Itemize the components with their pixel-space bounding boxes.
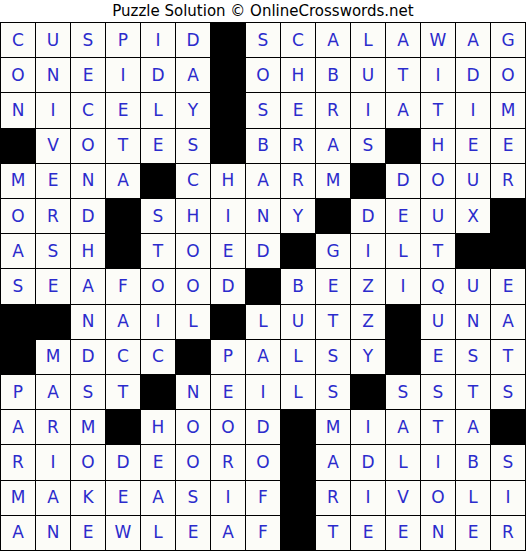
cell-letter: Z: [362, 278, 374, 295]
cell-letter: D: [81, 208, 94, 225]
cell-r10c5: C: [141, 340, 176, 375]
cell-r15c11: E: [351, 516, 386, 551]
cell-letter: O: [11, 67, 24, 84]
cell-letter: O: [11, 208, 24, 225]
cell-r6c13: U: [421, 199, 456, 234]
cell-r1c8: S: [246, 23, 281, 58]
cell-r9c15: A: [491, 305, 526, 340]
cell-r9c9: U: [281, 305, 316, 340]
cell-r4c5: E: [141, 129, 176, 164]
cell-letter: A: [327, 137, 339, 154]
cell-r7c11: I: [351, 234, 386, 269]
cell-r9c4: A: [106, 305, 141, 340]
cell-r11c10: S: [316, 375, 351, 410]
cell-letter: I: [505, 489, 510, 506]
cell-r13c4: D: [106, 445, 141, 480]
cell-letter: E: [468, 137, 479, 154]
cell-r15c6: E: [176, 516, 211, 551]
cell-r1c10: A: [316, 23, 351, 58]
cell-r3c11: I: [351, 93, 386, 128]
cell-letter: W: [430, 32, 447, 49]
cell-letter: S: [398, 384, 409, 401]
cell-r12c6: O: [176, 410, 211, 445]
block-r11c5: [141, 375, 176, 410]
cell-letter: E: [398, 524, 409, 541]
cell-letter: S: [13, 278, 24, 295]
cell-letter: I: [50, 102, 55, 119]
cell-letter: S: [48, 243, 59, 260]
cell-letter: C: [187, 172, 199, 189]
cell-r7c12: L: [386, 234, 421, 269]
cell-r1c6: D: [176, 23, 211, 58]
cell-r11c14: T: [456, 375, 491, 410]
cell-letter: L: [363, 32, 372, 49]
crossword-grid: CUSPIDSCALAWAGONEIDAOHBUTIDONICELYSERIAT…: [0, 22, 526, 551]
cell-r7c8: D: [246, 234, 281, 269]
cell-letter: A: [327, 454, 339, 471]
cell-r11c6: N: [176, 375, 211, 410]
cell-letter: Y: [363, 348, 373, 365]
cell-r15c2: N: [36, 516, 71, 551]
cell-r11c15: S: [491, 375, 526, 410]
cell-r11c1: P: [1, 375, 36, 410]
cell-r3c14: I: [456, 93, 491, 128]
cell-r5c6: C: [176, 164, 211, 199]
block-r8c8: [246, 269, 281, 304]
cell-r3c4: E: [106, 93, 141, 128]
cell-letter: U: [467, 172, 479, 189]
cell-letter: C: [152, 348, 164, 365]
cell-r15c15: R: [491, 516, 526, 551]
cell-letter: S: [83, 32, 94, 49]
cell-letter: S: [328, 348, 339, 365]
cell-r15c10: T: [316, 516, 351, 551]
block-r14c9: [281, 481, 316, 516]
cell-letter: I: [365, 243, 370, 260]
block-r11c11: [351, 375, 386, 410]
block-r7c15: [491, 234, 526, 269]
cell-letter: X: [467, 208, 479, 225]
cell-r13c13: I: [421, 445, 456, 480]
cell-letter: M: [46, 348, 61, 365]
cell-r2c11: U: [351, 58, 386, 93]
cell-letter: S: [503, 384, 514, 401]
cell-r5c2: E: [36, 164, 71, 199]
cell-r14c2: A: [36, 481, 71, 516]
cell-r13c7: R: [211, 445, 246, 480]
cell-letter: E: [223, 384, 234, 401]
cell-letter: A: [257, 348, 269, 365]
cell-letter: E: [468, 524, 479, 541]
cell-letter: N: [47, 67, 60, 84]
cell-letter: F: [258, 489, 268, 506]
cell-r10c2: M: [36, 340, 71, 375]
cell-r6c8: N: [246, 199, 281, 234]
cell-letter: G: [326, 243, 339, 260]
cell-letter: A: [152, 489, 164, 506]
cell-r3c12: A: [386, 93, 421, 128]
cell-letter: V: [47, 137, 59, 154]
cell-r13c12: L: [386, 445, 421, 480]
cell-letter: S: [258, 32, 269, 49]
cell-letter: O: [81, 454, 94, 471]
block-r9c7: [211, 305, 246, 340]
cell-r15c1: A: [1, 516, 36, 551]
cell-r10c7: P: [211, 340, 246, 375]
cell-r14c1: M: [1, 481, 36, 516]
cell-r8c9: B: [281, 269, 316, 304]
cell-letter: I: [365, 102, 370, 119]
cell-r6c7: I: [211, 199, 246, 234]
cell-r8c10: E: [316, 269, 351, 304]
cell-r9c10: T: [316, 305, 351, 340]
cell-letter: E: [223, 243, 234, 260]
cell-letter: E: [83, 524, 94, 541]
cell-letter: A: [117, 313, 129, 330]
cell-letter: O: [186, 278, 199, 295]
cell-r9c3: N: [71, 305, 106, 340]
cell-letter: N: [82, 313, 95, 330]
cell-r4c15: E: [491, 129, 526, 164]
cell-letter: K: [82, 489, 93, 506]
cell-letter: H: [292, 67, 305, 84]
cell-r5c3: N: [71, 164, 106, 199]
cell-letter: P: [13, 384, 23, 401]
cell-r3c6: Y: [176, 93, 211, 128]
cell-letter: S: [258, 102, 269, 119]
cell-letter: E: [48, 278, 59, 295]
block-r1c7: [211, 23, 246, 58]
cell-r13c8: O: [246, 445, 281, 480]
cell-r1c13: W: [421, 23, 456, 58]
block-r12c15: [491, 410, 526, 445]
cell-r14c4: E: [106, 481, 141, 516]
cell-r15c5: L: [141, 516, 176, 551]
cell-r14c12: V: [386, 481, 421, 516]
block-r15c9: [281, 516, 316, 551]
cell-letter: I: [470, 102, 475, 119]
cell-letter: I: [120, 67, 125, 84]
cell-letter: O: [431, 489, 444, 506]
cell-r4c4: T: [106, 129, 141, 164]
cell-letter: T: [433, 419, 443, 436]
cell-r4c11: S: [351, 129, 386, 164]
cell-r2c10: B: [316, 58, 351, 93]
cell-letter: O: [431, 172, 444, 189]
cell-letter: M: [326, 419, 341, 436]
cell-r1c5: I: [141, 23, 176, 58]
cell-r2c3: E: [71, 58, 106, 93]
cell-r5c13: O: [421, 164, 456, 199]
cell-letter: D: [466, 67, 479, 84]
cell-r14c14: L: [456, 481, 491, 516]
cell-letter: A: [12, 419, 24, 436]
cell-r15c14: E: [456, 516, 491, 551]
cell-r15c4: W: [106, 516, 141, 551]
cell-letter: U: [47, 32, 59, 49]
cell-r11c12: S: [386, 375, 421, 410]
cell-letter: U: [432, 208, 444, 225]
cell-letter: I: [260, 384, 265, 401]
cell-r10c10: S: [316, 340, 351, 375]
cell-letter: O: [151, 278, 164, 295]
cell-r15c7: A: [211, 516, 246, 551]
block-r6c15: [491, 199, 526, 234]
cell-letter: L: [398, 454, 407, 471]
cell-r14c8: F: [246, 481, 281, 516]
cell-letter: Q: [431, 278, 444, 295]
cell-r8c6: O: [176, 269, 211, 304]
block-r13c9: [281, 445, 316, 480]
cell-letter: S: [188, 489, 199, 506]
cell-letter: O: [186, 454, 199, 471]
cell-r9c14: N: [456, 305, 491, 340]
cell-letter: D: [361, 208, 374, 225]
cell-letter: O: [256, 67, 269, 84]
cell-r15c13: N: [421, 516, 456, 551]
cell-letter: L: [468, 489, 477, 506]
cell-r6c9: Y: [281, 199, 316, 234]
cell-r15c3: E: [71, 516, 106, 551]
cell-letter: O: [81, 137, 94, 154]
cell-letter: L: [398, 243, 407, 260]
cell-r3c8: S: [246, 93, 281, 128]
page-title: Puzzle Solution © OnlineCrosswords.net: [0, 0, 526, 22]
cell-letter: D: [256, 243, 269, 260]
cell-letter: I: [225, 208, 230, 225]
cell-letter: R: [327, 102, 339, 119]
cell-letter: D: [116, 454, 129, 471]
cell-r7c10: G: [316, 234, 351, 269]
cell-letter: E: [153, 137, 164, 154]
cell-letter: S: [468, 348, 479, 365]
cell-letter: A: [397, 32, 409, 49]
cell-r11c8: I: [246, 375, 281, 410]
cell-r11c2: A: [36, 375, 71, 410]
cell-r1c2: U: [36, 23, 71, 58]
cell-letter: O: [186, 419, 199, 436]
cell-r13c2: I: [36, 445, 71, 480]
cell-letter: H: [432, 137, 445, 154]
cell-letter: N: [467, 313, 480, 330]
cell-r2c14: D: [456, 58, 491, 93]
cell-r11c9: L: [281, 375, 316, 410]
cell-letter: H: [187, 208, 200, 225]
cell-letter: I: [225, 489, 230, 506]
cell-r12c3: M: [71, 410, 106, 445]
cell-letter: I: [400, 278, 405, 295]
cell-r7c2: S: [36, 234, 71, 269]
cell-letter: T: [118, 137, 128, 154]
cell-letter: E: [293, 102, 304, 119]
cell-letter: C: [117, 348, 129, 365]
cell-letter: T: [503, 348, 513, 365]
cell-r4c14: E: [456, 129, 491, 164]
cell-r5c12: D: [386, 164, 421, 199]
cell-r5c9: R: [281, 164, 316, 199]
cell-r8c12: I: [386, 269, 421, 304]
cell-r12c1: A: [1, 410, 36, 445]
cell-letter: R: [327, 489, 339, 506]
cell-r10c9: L: [281, 340, 316, 375]
cell-letter: R: [47, 208, 59, 225]
cell-r11c4: T: [106, 375, 141, 410]
cell-letter: I: [50, 454, 55, 471]
cell-r12c5: H: [141, 410, 176, 445]
cell-r7c13: T: [421, 234, 456, 269]
cell-r7c7: E: [211, 234, 246, 269]
cell-letter: I: [155, 313, 160, 330]
cell-letter: L: [258, 313, 267, 330]
cell-letter: E: [83, 67, 94, 84]
block-r10c6: [176, 340, 211, 375]
cell-letter: B: [257, 137, 269, 154]
cell-letter: N: [47, 524, 60, 541]
cell-letter: O: [186, 243, 199, 260]
cell-r5c8: A: [246, 164, 281, 199]
cell-letter: T: [468, 384, 478, 401]
cell-r13c15: S: [491, 445, 526, 480]
cell-letter: D: [186, 32, 199, 49]
block-r9c12: [386, 305, 421, 340]
cell-r12c12: A: [386, 410, 421, 445]
cell-r4c2: V: [36, 129, 71, 164]
cell-letter: T: [328, 524, 338, 541]
cell-r4c9: R: [281, 129, 316, 164]
cell-r6c2: R: [36, 199, 71, 234]
cell-r10c15: T: [491, 340, 526, 375]
cell-r13c3: O: [71, 445, 106, 480]
cell-r9c6: L: [176, 305, 211, 340]
cell-r8c1: S: [1, 269, 36, 304]
cell-letter: T: [433, 102, 443, 119]
cell-letter: T: [433, 243, 443, 260]
cell-r10c8: A: [246, 340, 281, 375]
cell-r8c15: E: [491, 269, 526, 304]
cell-letter: U: [292, 313, 304, 330]
cell-r12c14: A: [456, 410, 491, 445]
cell-r10c3: D: [71, 340, 106, 375]
cell-r5c7: H: [211, 164, 246, 199]
cell-letter: Y: [188, 102, 198, 119]
cell-letter: N: [187, 384, 200, 401]
cell-letter: D: [256, 419, 269, 436]
block-r4c12: [386, 129, 421, 164]
cell-r3c2: I: [36, 93, 71, 128]
cell-r12c13: T: [421, 410, 456, 445]
cell-letter: U: [467, 278, 479, 295]
cell-letter: D: [361, 454, 374, 471]
cell-letter: A: [47, 384, 59, 401]
cell-letter: A: [467, 32, 479, 49]
cell-letter: C: [292, 32, 304, 49]
cell-r3c10: R: [316, 93, 351, 128]
cell-letter: S: [503, 454, 514, 471]
cell-letter: T: [398, 67, 408, 84]
cell-letter: H: [152, 419, 165, 436]
cell-letter: L: [293, 384, 302, 401]
cell-letter: A: [467, 419, 479, 436]
cell-letter: P: [118, 32, 128, 49]
cell-letter: F: [258, 524, 268, 541]
cell-r1c14: A: [456, 23, 491, 58]
cell-letter: M: [11, 172, 26, 189]
cell-letter: E: [363, 524, 374, 541]
cell-letter: A: [47, 489, 59, 506]
block-r7c9: [281, 234, 316, 269]
cell-letter: M: [501, 102, 516, 119]
cell-r14c7: I: [211, 481, 246, 516]
cell-letter: D: [151, 67, 164, 84]
cell-r13c5: E: [141, 445, 176, 480]
cell-letter: M: [81, 419, 96, 436]
cell-r8c4: F: [106, 269, 141, 304]
cell-r1c9: C: [281, 23, 316, 58]
cell-letter: T: [118, 384, 128, 401]
cell-letter: O: [221, 419, 234, 436]
cell-r3c5: L: [141, 93, 176, 128]
cell-r8c14: U: [456, 269, 491, 304]
cell-r15c12: E: [386, 516, 421, 551]
block-r7c14: [456, 234, 491, 269]
cell-letter: A: [502, 313, 514, 330]
cell-letter: E: [118, 489, 129, 506]
cell-r7c3: H: [71, 234, 106, 269]
block-r3c7: [211, 93, 246, 128]
cell-letter: E: [118, 102, 129, 119]
cell-r2c15: O: [491, 58, 526, 93]
cell-r9c11: Z: [351, 305, 386, 340]
cell-r8c7: D: [211, 269, 246, 304]
cell-r12c10: M: [316, 410, 351, 445]
block-r6c10: [316, 199, 351, 234]
cell-r2c1: O: [1, 58, 36, 93]
cell-letter: E: [188, 524, 199, 541]
cell-letter: F: [118, 278, 128, 295]
cell-r13c1: R: [1, 445, 36, 480]
cell-r9c8: L: [246, 305, 281, 340]
cell-r1c15: G: [491, 23, 526, 58]
cell-letter: H: [222, 172, 235, 189]
cell-r14c3: K: [71, 481, 106, 516]
cell-letter: B: [467, 454, 479, 471]
cell-r5c10: M: [316, 164, 351, 199]
cell-letter: E: [48, 172, 59, 189]
cell-r6c5: S: [141, 199, 176, 234]
cell-r8c13: Q: [421, 269, 456, 304]
cell-letter: H: [82, 243, 95, 260]
cell-r10c4: C: [106, 340, 141, 375]
cell-letter: R: [222, 454, 234, 471]
cell-r13c6: O: [176, 445, 211, 480]
cell-r11c7: E: [211, 375, 246, 410]
cell-letter: R: [12, 454, 24, 471]
block-r10c1: [1, 340, 36, 375]
cell-r1c1: C: [1, 23, 36, 58]
cell-r4c3: O: [71, 129, 106, 164]
cell-r14c15: I: [491, 481, 526, 516]
cell-letter: A: [327, 32, 339, 49]
cell-letter: P: [223, 348, 233, 365]
cell-letter: I: [365, 419, 370, 436]
cell-letter: A: [222, 524, 234, 541]
cell-letter: L: [293, 348, 302, 365]
cell-letter: A: [117, 172, 129, 189]
cell-letter: I: [365, 489, 370, 506]
cell-r12c11: I: [351, 410, 386, 445]
cell-r5c15: R: [491, 164, 526, 199]
cell-r2c6: A: [176, 58, 211, 93]
